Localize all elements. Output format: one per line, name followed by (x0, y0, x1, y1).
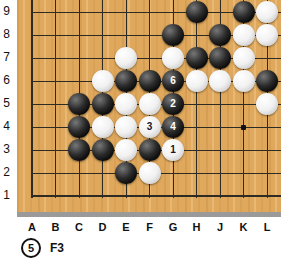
col-label-E: E (116, 221, 136, 233)
stone-F2 (139, 162, 161, 184)
stone-G5: 2 (162, 93, 184, 115)
stone-E6 (115, 70, 137, 92)
stone-G7 (162, 47, 184, 69)
stone-H7 (186, 47, 208, 69)
stone-D3 (92, 139, 114, 161)
stone-F6 (139, 70, 161, 92)
stone-E4 (115, 116, 137, 138)
col-label-J: J (210, 221, 230, 233)
stone-L6 (256, 70, 278, 92)
move-coordinate: F3 (50, 241, 64, 255)
col-label-K: K (234, 221, 254, 233)
col-label-A: A (22, 221, 42, 233)
stone-K6 (233, 70, 255, 92)
stone-K9 (233, 1, 255, 23)
col-label-H: H (187, 221, 207, 233)
col-label-D: D (93, 221, 113, 233)
stone-J8 (209, 24, 231, 46)
stone-C5 (68, 93, 90, 115)
col-label-G: G (163, 221, 183, 233)
stone-C4 (68, 116, 90, 138)
stone-D4 (92, 116, 114, 138)
row-label-5: 5 (0, 96, 13, 110)
stone-E3 (115, 139, 137, 161)
col-label-B: B (46, 221, 66, 233)
stone-L5 (256, 93, 278, 115)
stone-D6 (92, 70, 114, 92)
stone-K7 (233, 47, 255, 69)
stone-E2 (115, 162, 137, 184)
col-label-C: C (69, 221, 89, 233)
row-label-8: 8 (0, 27, 13, 41)
grid-line-col-B (55, 0, 56, 198)
stone-E7 (115, 47, 137, 69)
stone-F4: 3 (139, 116, 161, 138)
board-shadow (17, 212, 281, 217)
stone-F5 (139, 93, 161, 115)
stone-C3 (68, 139, 90, 161)
col-label-F: F (140, 221, 160, 233)
hoshi-K4 (241, 125, 246, 130)
row-label-9: 9 (0, 4, 13, 18)
stone-G6: 6 (162, 70, 184, 92)
stone-K8 (233, 24, 255, 46)
stone-L8 (256, 24, 278, 46)
stone-G4: 4 (162, 116, 184, 138)
stone-G8 (162, 24, 184, 46)
move-number-circle: 5 (21, 238, 41, 258)
stone-G3: 1 (162, 139, 184, 161)
stone-J7 (209, 47, 231, 69)
col-label-L: L (257, 221, 277, 233)
row-label-3: 3 (0, 142, 13, 156)
grid-line-col-H (196, 0, 197, 198)
stone-L9 (256, 1, 278, 23)
stone-J6 (209, 70, 231, 92)
go-diagram: 62341 123456789 ABCDEFGHJKL 5 F3 (0, 0, 281, 273)
row-label-6: 6 (0, 73, 13, 87)
grid-line-col-A (31, 0, 33, 198)
row-label-1: 1 (0, 188, 13, 202)
stone-D5 (92, 93, 114, 115)
row-label-7: 7 (0, 50, 13, 64)
stone-H6 (186, 70, 208, 92)
row-label-2: 2 (0, 165, 13, 179)
grid-line-row-1 (31, 195, 281, 197)
row-label-4: 4 (0, 119, 13, 133)
move-caption: 5 F3 (21, 237, 64, 259)
stone-H9 (186, 1, 208, 23)
stone-E5 (115, 93, 137, 115)
stone-F3 (139, 139, 161, 161)
